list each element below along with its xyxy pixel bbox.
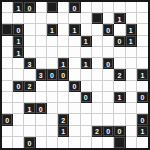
cell-r6c11-white[interactable] <box>114 58 125 69</box>
cell-r6c4-white[interactable] <box>36 58 47 69</box>
cell-r6c6-black: 1 <box>58 58 69 69</box>
cell-r8c5-white[interactable] <box>47 81 58 92</box>
cell-r8c9-white[interactable] <box>92 81 103 92</box>
cell-r12c3-white[interactable] <box>24 126 35 137</box>
cell-r10c9-white[interactable] <box>92 103 103 114</box>
cell-r3c6-white[interactable] <box>58 24 69 35</box>
cell-r5c13-white[interactable] <box>137 47 148 58</box>
clue-digit: 2 <box>28 83 32 90</box>
cell-r5c3-white[interactable] <box>24 47 35 58</box>
clue-digit: 1 <box>73 27 77 34</box>
cell-r10c11-white[interactable] <box>114 103 125 114</box>
cell-r5c5-white[interactable] <box>47 47 58 58</box>
cell-r5c11-white[interactable] <box>114 47 125 58</box>
clue-digit: 3 <box>39 71 43 78</box>
clue-digit: 2 <box>117 71 121 78</box>
clue-digit: 1 <box>84 38 88 45</box>
cell-r12c4-white[interactable] <box>36 126 47 137</box>
cell-r13c4-white[interactable] <box>36 137 47 148</box>
clue-digit: 0 <box>106 128 110 135</box>
cell-r8c3-black: 2 <box>24 81 35 92</box>
cell-r7c4-black: 3 <box>36 69 47 80</box>
cell-r5c1-white[interactable] <box>2 47 13 58</box>
cell-r3c13-white[interactable] <box>137 24 148 35</box>
cell-r5c4-white[interactable] <box>36 47 47 58</box>
clue-digit: 1 <box>28 105 32 112</box>
clue-digit: 0 <box>5 116 9 123</box>
cell-r10c13-white[interactable] <box>137 103 148 114</box>
cell-r13c1-white[interactable] <box>2 137 13 148</box>
cell-r2c5-white[interactable] <box>47 13 58 24</box>
cell-r6c7-white[interactable] <box>69 58 80 69</box>
clue-digit: 0 <box>28 4 32 11</box>
cell-r4c5-white[interactable] <box>47 36 58 47</box>
clue-digit: 1 <box>50 27 54 34</box>
puzzle-board: 1001011011101131103002102001010020120010 <box>0 0 150 150</box>
clue-digit: 1 <box>84 60 88 67</box>
cell-r8c10-white[interactable] <box>103 81 114 92</box>
cell-r4c8-black: 1 <box>81 36 92 47</box>
clue-digit: 1 <box>61 128 65 135</box>
cell-r7c13-black: 1 <box>137 69 148 80</box>
clue-digit: 0 <box>16 27 20 34</box>
cell-r13c12-white[interactable] <box>126 137 137 148</box>
cell-r3c3-white[interactable] <box>24 24 35 35</box>
cell-r10c3-black: 1 <box>24 103 35 114</box>
cell-r3c11-white[interactable] <box>114 24 125 35</box>
clue-digit: 1 <box>117 94 121 101</box>
cell-r8c6-white[interactable] <box>58 81 69 92</box>
cell-r13c9-white[interactable] <box>92 137 103 148</box>
cell-r10c5-white[interactable] <box>47 103 58 114</box>
cell-r3c12-black: 1 <box>126 24 137 35</box>
clue-digit: 1 <box>140 71 144 78</box>
cell-r5c2-black: 1 <box>13 47 24 58</box>
cell-r2c1-white[interactable] <box>2 13 13 24</box>
cell-r11c10-white[interactable] <box>103 114 114 125</box>
cell-r1c6-white[interactable] <box>58 2 69 13</box>
cell-r6c13-white[interactable] <box>137 58 148 69</box>
cell-r2c13-white[interactable] <box>137 13 148 24</box>
cell-r2c6-white[interactable] <box>58 13 69 24</box>
cell-r10c7-white[interactable] <box>69 103 80 114</box>
cell-r9c6-white[interactable] <box>58 92 69 103</box>
cell-r1c3-black: 0 <box>24 2 35 13</box>
cell-r11c9-white[interactable] <box>92 114 103 125</box>
clue-digit: 0 <box>39 105 43 112</box>
cell-r9c7-white[interactable] <box>69 92 80 103</box>
cell-r5c12-white[interactable] <box>126 47 137 58</box>
clue-digit: 1 <box>129 27 133 34</box>
cell-r7c8-white[interactable] <box>81 69 92 80</box>
cell-r9c8-black: 0 <box>81 92 92 103</box>
cell-r12c11-black: 0 <box>114 126 125 137</box>
clue-digit: 1 <box>16 4 20 11</box>
cell-r9c11-black: 1 <box>114 92 125 103</box>
clue-digit: 1 <box>61 60 65 67</box>
cell-r1c7-black: 0 <box>69 2 80 13</box>
clue-digit: 0 <box>16 83 20 90</box>
cell-r10c6-white[interactable] <box>58 103 69 114</box>
cell-r5c10-white[interactable] <box>103 47 114 58</box>
cell-r1c13-white[interactable] <box>137 2 148 13</box>
cell-r2c8-white[interactable] <box>81 13 92 24</box>
clue-digit: 0 <box>140 116 144 123</box>
cell-r13c10-white[interactable] <box>103 137 114 148</box>
cell-r2c10-white[interactable] <box>103 13 114 24</box>
clue-digit: 2 <box>61 116 65 123</box>
cell-r1c4-white[interactable] <box>36 2 47 13</box>
cell-r12c12-white[interactable] <box>126 126 137 137</box>
clue-digit: 0 <box>50 71 54 78</box>
cell-r4c6-white[interactable] <box>58 36 69 47</box>
cell-r2c9-black <box>92 13 103 24</box>
cell-r11c3-white[interactable] <box>24 114 35 125</box>
cell-r1c8-white[interactable] <box>81 2 92 13</box>
cell-r6c1-white[interactable] <box>2 58 13 69</box>
cell-r3c9-white[interactable] <box>92 24 103 35</box>
clue-digit: 2 <box>95 128 99 135</box>
cell-r5c7-white[interactable] <box>69 47 80 58</box>
cell-r8c12-white[interactable] <box>126 81 137 92</box>
clue-digit: 0 <box>73 4 77 11</box>
clue-digit: 0 <box>84 94 88 101</box>
clue-digit: 0 <box>106 27 110 34</box>
cell-r11c5-white[interactable] <box>47 114 58 125</box>
cell-r7c12-white[interactable] <box>126 69 137 80</box>
cell-r13c8-white[interactable] <box>81 137 92 148</box>
cell-r6c2-white[interactable] <box>13 58 24 69</box>
cell-r13c7-white[interactable] <box>69 137 80 148</box>
cell-r1c11-white[interactable] <box>114 2 125 13</box>
clue-digit: 0 <box>61 71 65 78</box>
cell-r9c5-white[interactable] <box>47 92 58 103</box>
cell-r7c10-white[interactable] <box>103 69 114 80</box>
cell-r11c1-black: 0 <box>2 114 13 125</box>
cell-r8c4-white[interactable] <box>36 81 47 92</box>
clue-digit: 0 <box>117 38 121 45</box>
cell-r8c7-black: 0 <box>69 81 80 92</box>
cell-r1c10-white[interactable] <box>103 2 114 13</box>
cell-r6c10-black: 0 <box>103 58 114 69</box>
cell-r11c4-white[interactable] <box>36 114 47 125</box>
cell-r7c9-white[interactable] <box>92 69 103 80</box>
cell-r12c5-white[interactable] <box>47 126 58 137</box>
cell-r12c10-black: 0 <box>103 126 114 137</box>
cell-r10c1-white[interactable] <box>2 103 13 114</box>
cell-r4c13-white[interactable] <box>137 36 148 47</box>
clue-digit: 3 <box>28 60 32 67</box>
cell-r4c4-white[interactable] <box>36 36 47 47</box>
cell-r11c6-black: 2 <box>58 114 69 125</box>
cell-r8c11-white[interactable] <box>114 81 125 92</box>
cell-r9c4-white[interactable] <box>36 92 47 103</box>
cell-r12c6-black: 1 <box>58 126 69 137</box>
cell-r2c7-white[interactable] <box>69 13 80 24</box>
cell-r13c13-white[interactable] <box>137 137 148 148</box>
cell-r13c2-white[interactable] <box>13 137 24 148</box>
cell-r6c3-black: 3 <box>24 58 35 69</box>
cell-r7c5-black: 0 <box>47 69 58 80</box>
cell-r12c9-black: 2 <box>92 126 103 137</box>
cell-r7c2-white[interactable] <box>13 69 24 80</box>
cell-r9c2-white[interactable] <box>13 92 24 103</box>
cell-r9c10-white[interactable] <box>103 92 114 103</box>
cell-r4c9-white[interactable] <box>92 36 103 47</box>
cell-r12c2-white[interactable] <box>13 126 24 137</box>
cell-r5c6-white[interactable] <box>58 47 69 58</box>
cell-r5c8-white[interactable] <box>81 47 92 58</box>
clue-digit: 1 <box>140 128 144 135</box>
cell-r1c9-white[interactable] <box>92 2 103 13</box>
clue-digit: 1 <box>16 38 20 45</box>
cell-r6c8-black: 1 <box>81 58 92 69</box>
cell-r7c11-black: 2 <box>114 69 125 80</box>
cell-r3c1-black <box>2 24 13 35</box>
cell-r2c11-black: 1 <box>114 13 125 24</box>
cell-r11c13-black: 0 <box>137 114 148 125</box>
cell-r4c7-white[interactable] <box>69 36 80 47</box>
clue-digit: 1 <box>16 49 20 56</box>
cell-r9c3-white[interactable] <box>24 92 35 103</box>
cell-r3c8-white[interactable] <box>81 24 92 35</box>
cell-r12c1-white[interactable] <box>2 126 13 137</box>
cell-r6c9-white[interactable] <box>92 58 103 69</box>
cell-r1c1-white[interactable] <box>2 2 13 13</box>
cell-r4c1-white[interactable] <box>2 36 13 47</box>
cell-r11c12-white[interactable] <box>126 114 137 125</box>
cell-r13c5-white[interactable] <box>47 137 58 148</box>
cell-r2c12-white[interactable] <box>126 13 137 24</box>
cell-r11c2-white[interactable] <box>13 114 24 125</box>
clue-digit: 0 <box>117 128 121 135</box>
clue-digit: 0 <box>106 60 110 67</box>
cell-r3c2-black: 0 <box>13 24 24 35</box>
cell-r4c10-white[interactable] <box>103 36 114 47</box>
cell-r5c9-white[interactable] <box>92 47 103 58</box>
cell-r13c11-black <box>114 137 125 148</box>
cell-r7c7-white[interactable] <box>69 69 80 80</box>
cell-r9c12-white[interactable] <box>126 92 137 103</box>
clue-digit: 0 <box>140 94 144 101</box>
puzzle-screenshot: 1001011011101131103002102001010020120010 <box>0 0 150 150</box>
cell-r2c3-white[interactable] <box>24 13 35 24</box>
clue-digit: 0 <box>73 83 77 90</box>
clue-digit: 0 <box>28 139 32 146</box>
cell-r6c12-white[interactable] <box>126 58 137 69</box>
clue-digit: 1 <box>117 15 121 22</box>
cell-r1c5-black <box>47 2 58 13</box>
cell-r3c7-black: 1 <box>69 24 80 35</box>
cell-r10c8-white[interactable] <box>81 103 92 114</box>
cell-r4c12-black: 1 <box>126 36 137 47</box>
cell-r2c2-white[interactable] <box>13 13 24 24</box>
cell-r10c12-white[interactable] <box>126 103 137 114</box>
cell-r12c7-white[interactable] <box>69 126 80 137</box>
cell-r13c3-black: 0 <box>24 137 35 148</box>
cell-r3c5-black: 1 <box>47 24 58 35</box>
cell-r4c11-black: 0 <box>114 36 125 47</box>
cell-r8c13-white[interactable] <box>137 81 148 92</box>
cell-r11c8-white[interactable] <box>81 114 92 125</box>
cell-r8c2-black: 0 <box>13 81 24 92</box>
cell-r7c6-black: 0 <box>58 69 69 80</box>
cell-r7c1-white[interactable] <box>2 69 13 80</box>
cell-r10c10-white[interactable] <box>103 103 114 114</box>
cell-r12c8-white[interactable] <box>81 126 92 137</box>
cell-r8c8-white[interactable] <box>81 81 92 92</box>
cell-r11c7-white[interactable] <box>69 114 80 125</box>
cell-r12c13-black: 1 <box>137 126 148 137</box>
cell-r13c6-white[interactable] <box>58 137 69 148</box>
cell-r2c4-white[interactable] <box>36 13 47 24</box>
cell-r1c2-black: 1 <box>13 2 24 13</box>
cell-r10c2-white[interactable] <box>13 103 24 114</box>
cell-r9c1-white[interactable] <box>2 92 13 103</box>
cell-r9c13-black: 0 <box>137 92 148 103</box>
cell-r3c10-black: 0 <box>103 24 114 35</box>
cell-r4c2-black: 1 <box>13 36 24 47</box>
cell-r11c11-white[interactable] <box>114 114 125 125</box>
cell-r9c9-white[interactable] <box>92 92 103 103</box>
cell-r8c1-white[interactable] <box>2 81 13 92</box>
clue-digit: 1 <box>129 38 133 45</box>
cell-r3c4-white[interactable] <box>36 24 47 35</box>
cell-r6c5-white[interactable] <box>47 58 58 69</box>
cell-r4c3-white[interactable] <box>24 36 35 47</box>
cell-r1c12-white[interactable] <box>126 2 137 13</box>
cell-r7c3-white[interactable] <box>24 69 35 80</box>
cell-r10c4-black: 0 <box>36 103 47 114</box>
